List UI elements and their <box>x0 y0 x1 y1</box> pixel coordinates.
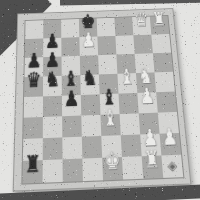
square-e5[interactable] <box>99 74 119 95</box>
square-g4[interactable]: ♟ <box>137 92 158 113</box>
square-f5[interactable]: ♝ <box>117 73 137 94</box>
square-g8[interactable]: ♛ <box>132 17 151 36</box>
square-g7[interactable] <box>133 35 153 54</box>
square-f6[interactable] <box>116 54 136 74</box>
square-b5[interactable]: ♞ <box>43 76 62 97</box>
square-f3[interactable] <box>120 113 141 135</box>
square-f1[interactable] <box>122 156 143 179</box>
square-c6[interactable] <box>61 56 80 76</box>
piece-wQ-g8[interactable]: ♛ <box>132 8 152 32</box>
piece-wR-h8[interactable]: ♜ <box>149 8 169 32</box>
square-a7[interactable] <box>25 38 43 57</box>
square-b6[interactable]: ♟ <box>43 57 62 77</box>
square-c7[interactable] <box>61 37 80 56</box>
square-c5[interactable]: ♝ <box>62 75 81 96</box>
square-g5[interactable]: ♞ <box>136 72 156 92</box>
square-a2[interactable] <box>23 138 43 161</box>
square-d7[interactable]: ♟ <box>79 37 98 56</box>
square-e7[interactable] <box>97 36 116 55</box>
square-g2[interactable]: ♟ <box>140 134 161 157</box>
square-d5[interactable]: ♞ <box>80 74 99 95</box>
square-e3[interactable]: ♝ <box>100 114 120 136</box>
square-b8[interactable] <box>43 20 61 39</box>
square-g6[interactable] <box>135 53 155 73</box>
board-grid: ♚♛♜♟♟♟♟♛♞♝♞♝♞♟♝♟♝♟♟♜♚♜◈ <box>21 15 184 185</box>
square-c4[interactable]: ♟ <box>62 95 81 116</box>
square-e6[interactable] <box>98 55 117 75</box>
square-a1[interactable]: ♜ <box>22 160 42 183</box>
square-d8[interactable]: ♚ <box>79 18 97 37</box>
square-c3[interactable] <box>62 116 82 138</box>
square-d2[interactable] <box>82 136 102 159</box>
square-b7[interactable]: ♟ <box>43 38 61 57</box>
square-f8[interactable] <box>114 17 133 36</box>
square-g3[interactable] <box>139 113 160 135</box>
square-b2[interactable] <box>43 137 63 160</box>
square-h2[interactable]: ♟ <box>160 133 182 156</box>
square-d4[interactable] <box>81 94 101 115</box>
square-d3[interactable] <box>81 115 101 137</box>
square-h4[interactable] <box>156 92 177 113</box>
square-f2[interactable] <box>121 134 142 157</box>
square-h7[interactable] <box>151 34 171 53</box>
square-h1[interactable]: ◈ <box>161 155 183 178</box>
square-d1[interactable] <box>82 158 103 181</box>
board-frame: ♚♛♜♟♟♟♟♛♞♝♞♝♞♟♝♟♝♟♟♜♚♜◈ <box>13 8 192 192</box>
board-maker-logo-icon: ◈ <box>161 155 183 178</box>
square-f4[interactable] <box>118 93 138 114</box>
square-c8[interactable] <box>61 19 79 38</box>
square-h3[interactable] <box>158 112 179 134</box>
square-a3[interactable] <box>23 117 43 139</box>
square-h8[interactable]: ♜ <box>150 16 169 35</box>
square-d6[interactable] <box>80 55 99 75</box>
square-e1[interactable]: ♚ <box>102 157 123 180</box>
square-c1[interactable] <box>63 159 83 182</box>
square-e8[interactable] <box>97 18 116 37</box>
square-e2[interactable] <box>101 135 122 158</box>
chessboard: ♚♛♜♟♟♟♟♛♞♝♞♝♞♟♝♟♝♟♟♜♚♜◈ <box>13 8 194 194</box>
square-b3[interactable] <box>43 116 63 138</box>
square-e4[interactable]: ♝ <box>100 94 120 115</box>
square-a4[interactable] <box>24 96 43 117</box>
square-f7[interactable] <box>115 35 134 54</box>
square-b1[interactable] <box>43 159 63 182</box>
square-b4[interactable] <box>43 96 62 117</box>
table-edge-top <box>60 0 200 6</box>
square-a8[interactable] <box>25 20 43 39</box>
square-a6[interactable]: ♟ <box>24 57 43 77</box>
square-c2[interactable] <box>62 137 82 160</box>
piece-bK-d8[interactable]: ♚ <box>79 10 98 34</box>
square-a5[interactable]: ♛ <box>24 76 43 97</box>
square-h5[interactable] <box>154 72 174 92</box>
square-h6[interactable] <box>153 53 173 73</box>
square-g1[interactable]: ♜ <box>142 155 164 178</box>
